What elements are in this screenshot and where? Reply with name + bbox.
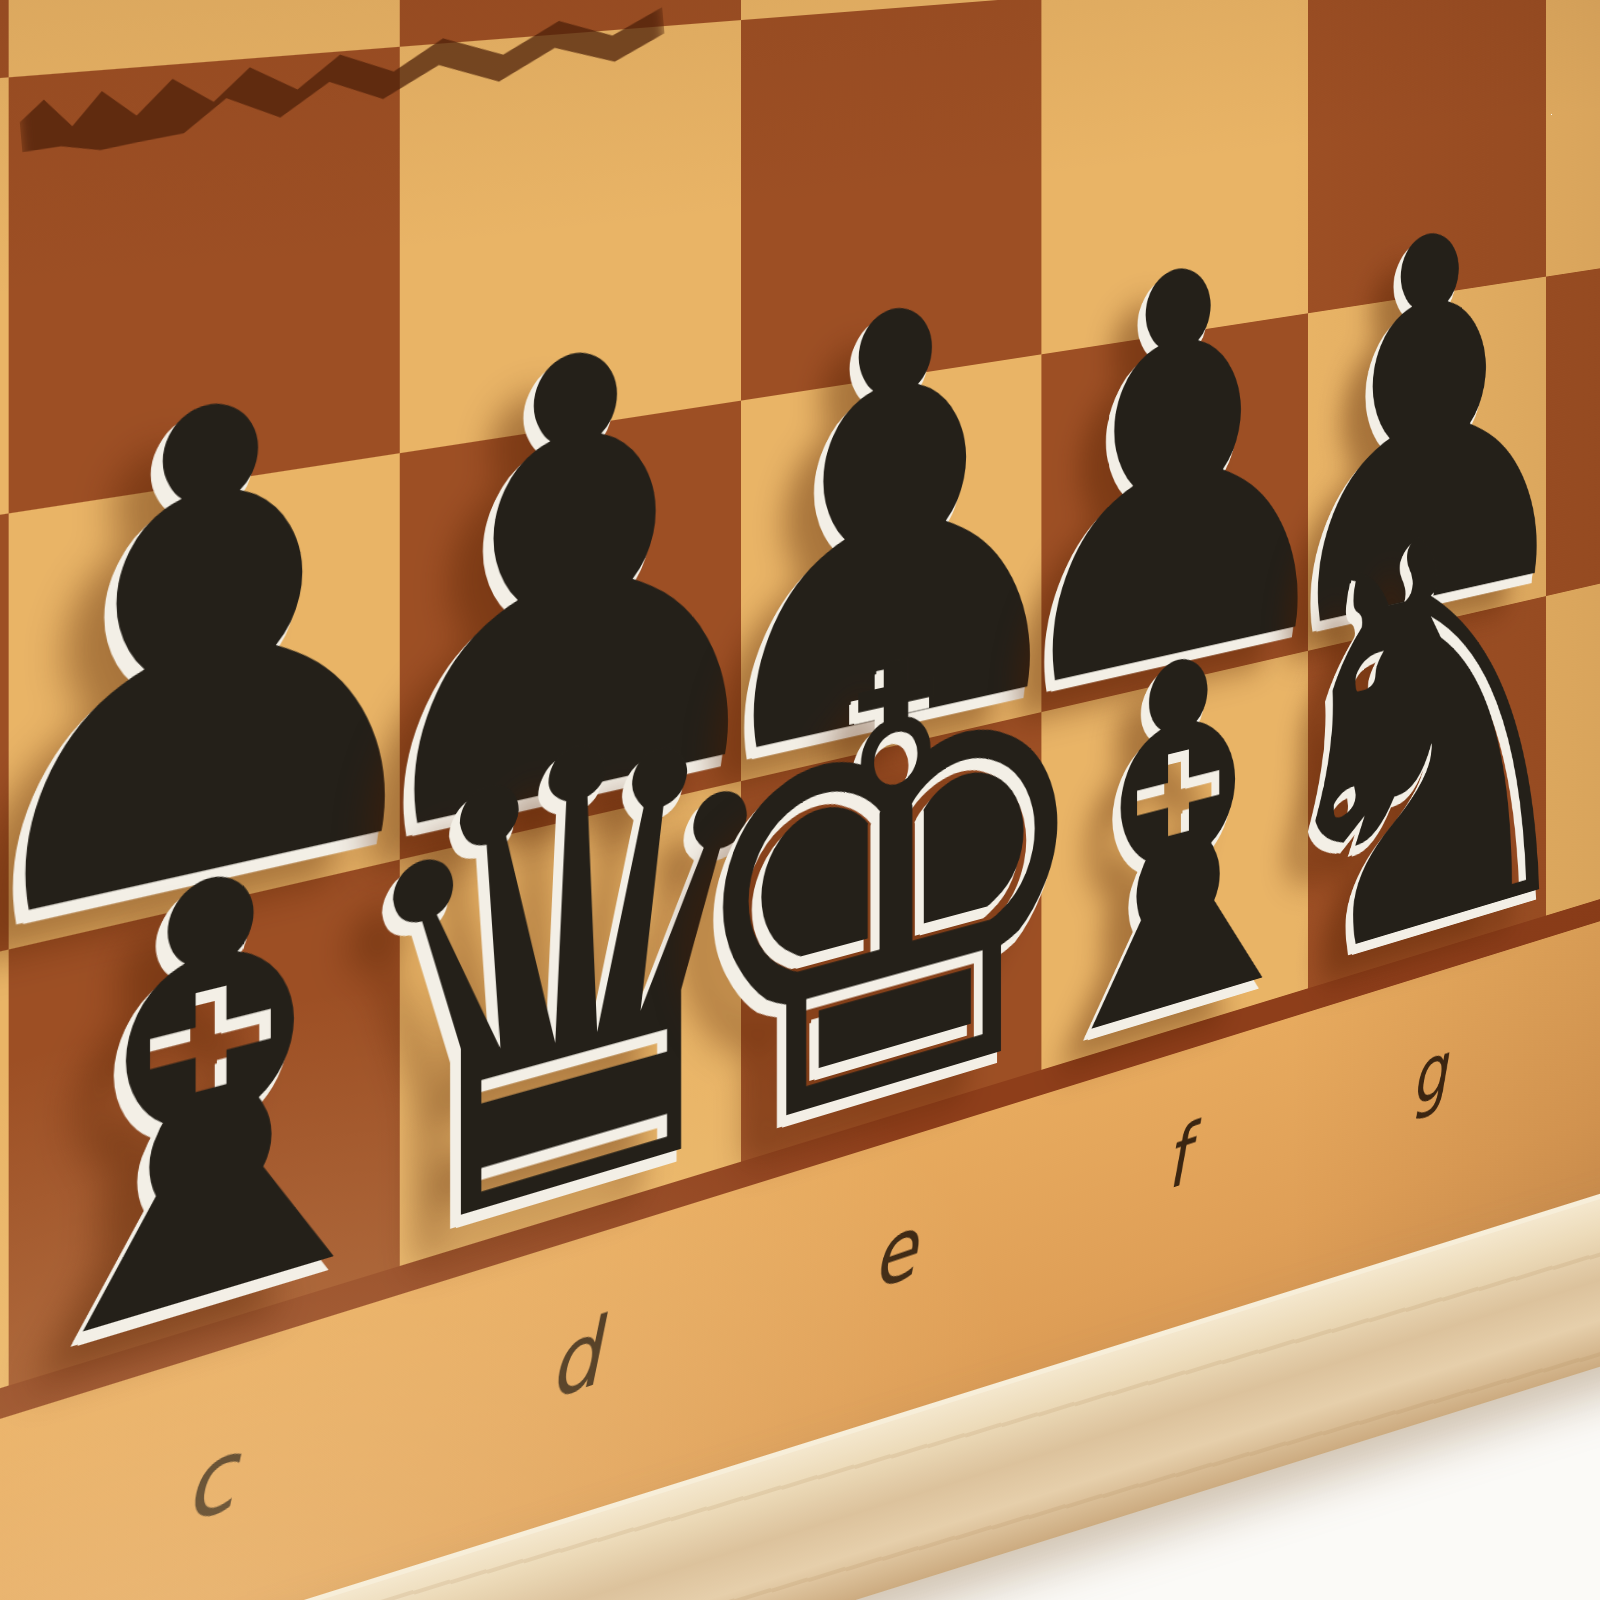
piece-black-king-e1[interactable]: ♚ [741, 712, 1041, 1162]
photo-stage: cdefg ♟♟♟♟♟♝♛♚♝♞ [0, 0, 1600, 1600]
piece-black-knight-g1[interactable]: ♞ [1308, 596, 1546, 988]
